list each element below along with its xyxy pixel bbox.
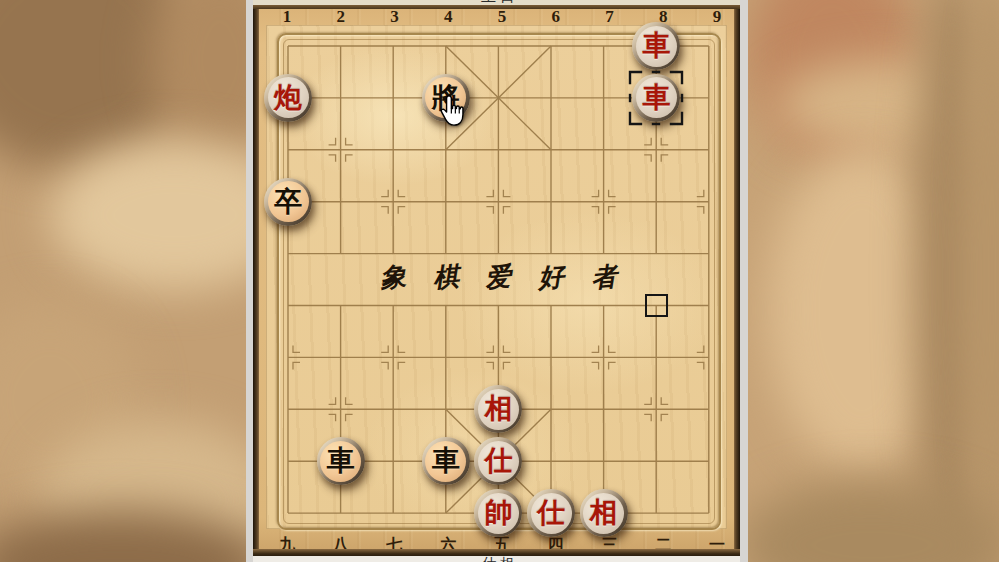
piece-glyph: 仕 (537, 499, 565, 527)
piece-red-炮[interactable]: 炮 (264, 74, 312, 122)
piece-disc: 卒 (268, 181, 309, 222)
piece-glyph: 車 (642, 32, 670, 60)
background-blur-left (0, 0, 248, 562)
river-char-者: 者 (581, 261, 625, 295)
clipped-subtitle-top-text: 上日 (481, 0, 519, 5)
piece-red-相[interactable]: 相 (580, 489, 628, 537)
board-edge-left (253, 0, 259, 562)
piece-disc: 帥 (478, 493, 519, 534)
piece-disc: 相 (478, 389, 519, 430)
video-frame: 123456789 九八七六五四三二一 象棋爱好者 車炮將車卒相車車仕帥仕相 上… (0, 0, 999, 562)
river-char-象: 象 (371, 261, 415, 295)
piece-disc: 車 (636, 26, 677, 67)
piece-glyph: 車 (327, 447, 355, 475)
piece-disc: 仕 (531, 493, 572, 534)
piece-disc: 炮 (268, 77, 309, 118)
river-char-好: 好 (529, 261, 573, 295)
piece-glyph: 相 (590, 499, 618, 527)
xiangqi-board[interactable]: 123456789 九八七六五四三二一 象棋爱好者 車炮將車卒相車車仕帥仕相 上… (253, 0, 740, 562)
piece-disc: 車 (425, 441, 466, 482)
piece-glyph: 帥 (484, 499, 512, 527)
piece-glyph: 相 (484, 395, 512, 423)
board-edge-right (734, 0, 740, 562)
piece-black-卒[interactable]: 卒 (264, 178, 312, 226)
hand-cursor-icon (439, 94, 465, 129)
pillarbox-strip-right (740, 0, 748, 562)
river-char-爱: 爱 (476, 261, 520, 295)
piece-glyph: 卒 (274, 188, 302, 216)
clipped-subtitle-bottom: 仕相 (253, 556, 740, 562)
pillarbox-strip-left (246, 0, 253, 562)
piece-black-車[interactable]: 車 (422, 437, 470, 485)
river-char-棋: 棋 (424, 261, 468, 295)
piece-glyph: 車 (432, 447, 460, 475)
piece-glyph: 炮 (274, 84, 302, 112)
board-edge-top (253, 5, 740, 9)
clipped-subtitle-bottom-text: 仕相 (482, 556, 518, 562)
background-blur-right (747, 0, 999, 562)
piece-black-車[interactable]: 車 (317, 437, 365, 485)
piece-red-車[interactable]: 車 (632, 22, 680, 70)
move-origin-marker (645, 294, 668, 317)
clipped-subtitle-top: 上日 (253, 0, 740, 5)
piece-disc: 相 (583, 493, 624, 534)
piece-disc: 車 (320, 441, 361, 482)
piece-glyph: 仕 (484, 447, 512, 475)
piece-disc: 仕 (478, 441, 519, 482)
piece-red-仕[interactable]: 仕 (527, 489, 575, 537)
selection-marquee (628, 70, 684, 126)
